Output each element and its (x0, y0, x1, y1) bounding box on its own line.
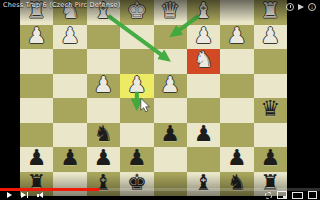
pillarbox-right (287, 0, 320, 200)
play-icon[interactable] (7, 192, 12, 198)
square-g6 (53, 123, 86, 148)
square-d6: ♟ (154, 123, 187, 148)
square-h6 (20, 123, 53, 148)
video-player[interactable]: ♜♞♝♚♛♝♜♟♟♟♟♟♞♟♟♟♛♞♟♟♟♟♟♟♟♟♜♝♚♝♞♜ Chess T… (0, 0, 320, 200)
square-b1 (220, 0, 253, 25)
right-controls (265, 191, 317, 199)
square-a6 (254, 123, 287, 148)
square-f7: ♟ (87, 147, 120, 172)
square-c6: ♟ (187, 123, 220, 148)
square-b8: ♞ (220, 172, 253, 197)
square-b6 (220, 123, 253, 148)
next-bar (27, 192, 29, 198)
square-e3 (120, 49, 153, 74)
black-pawn: ♟ (60, 147, 80, 169)
square-b7: ♟ (220, 147, 253, 172)
square-d4: ♟ (154, 74, 187, 99)
square-h5 (20, 98, 53, 123)
square-a2: ♟ (254, 25, 287, 50)
white-bishop: ♝ (194, 0, 214, 22)
square-g4 (53, 74, 86, 99)
square-h3 (20, 49, 53, 74)
black-pawn: ♟ (94, 147, 114, 169)
white-knight: ♞ (194, 49, 214, 71)
square-a1: ♜ (254, 0, 287, 25)
square-e1: ♚ (120, 0, 153, 25)
square-c3: ♞ (187, 49, 220, 74)
square-a7: ♟ (254, 147, 287, 172)
square-f3 (87, 49, 120, 74)
white-pawn: ♟ (127, 74, 147, 96)
white-pawn: ♟ (160, 74, 180, 96)
square-h7: ♟ (20, 147, 53, 172)
square-c4 (187, 74, 220, 99)
top-right-icons: i (286, 3, 316, 11)
square-b3 (220, 49, 253, 74)
next-icon[interactable] (21, 192, 28, 198)
square-g2: ♟ (53, 25, 86, 50)
square-f8: ♝ (87, 172, 120, 197)
white-pawn: ♟ (260, 25, 280, 47)
black-pawn: ♟ (27, 147, 47, 169)
square-e8: ♚ (120, 172, 153, 197)
black-pawn: ♟ (260, 147, 280, 169)
white-pawn: ♟ (27, 25, 47, 47)
square-d5 (154, 98, 187, 123)
black-queen: ♛ (260, 98, 280, 120)
white-rook: ♜ (260, 0, 280, 22)
settings-gear-icon[interactable] (265, 192, 272, 199)
square-e2 (120, 25, 153, 50)
black-pawn: ♟ (127, 147, 147, 169)
white-king: ♚ (127, 0, 147, 22)
square-e5 (120, 98, 153, 123)
square-d3 (154, 49, 187, 74)
pillarbox-left (0, 0, 20, 200)
square-d7 (154, 147, 187, 172)
square-e6 (120, 123, 153, 148)
square-e7: ♟ (120, 147, 153, 172)
square-d8 (154, 172, 187, 197)
black-pawn: ♟ (194, 123, 214, 145)
square-g8 (53, 172, 86, 197)
square-a4 (254, 74, 287, 99)
chess-board[interactable]: ♜♞♝♚♛♝♜♟♟♟♟♟♞♟♟♟♛♞♟♟♟♟♟♟♟♟♜♝♚♝♞♜ (20, 0, 287, 196)
watch-later-icon[interactable] (286, 3, 294, 11)
video-title[interactable]: Chess Trap 6 (Czech Pirc Defense) (3, 1, 121, 9)
square-b2: ♟ (220, 25, 253, 50)
share-icon[interactable] (298, 4, 304, 10)
black-pawn: ♟ (160, 123, 180, 145)
square-f4: ♟ (87, 74, 120, 99)
square-b4 (220, 74, 253, 99)
black-pawn: ♟ (227, 147, 247, 169)
square-g3 (53, 49, 86, 74)
miniplayer-icon[interactable] (277, 191, 287, 199)
white-pawn: ♟ (94, 74, 114, 96)
volume-cone (39, 192, 43, 198)
square-c1: ♝ (187, 0, 220, 25)
square-h2: ♟ (20, 25, 53, 50)
square-d1: ♛ (154, 0, 187, 25)
white-pawn: ♟ (227, 25, 247, 47)
square-c8: ♝ (187, 172, 220, 197)
square-e4: ♟ (120, 74, 153, 99)
square-f5 (87, 98, 120, 123)
square-c5 (187, 98, 220, 123)
info-icon[interactable]: i (308, 3, 316, 11)
square-f6: ♞ (87, 123, 120, 148)
black-knight: ♞ (94, 123, 114, 145)
volume-icon[interactable] (37, 192, 43, 198)
square-f2 (87, 25, 120, 50)
fullscreen-icon[interactable] (308, 191, 317, 199)
square-a3 (254, 49, 287, 74)
theater-mode-icon[interactable] (292, 192, 303, 199)
square-g7: ♟ (53, 147, 86, 172)
square-c2: ♟ (187, 25, 220, 50)
white-pawn: ♟ (60, 25, 80, 47)
white-queen: ♛ (160, 0, 180, 22)
square-c7 (187, 147, 220, 172)
square-d2 (154, 25, 187, 50)
square-h4 (20, 74, 53, 99)
square-b5 (220, 98, 253, 123)
white-pawn: ♟ (194, 25, 214, 47)
square-g5 (53, 98, 86, 123)
left-controls (7, 192, 43, 198)
square-a5: ♛ (254, 98, 287, 123)
next-triangle (21, 192, 26, 198)
progress-fill (0, 188, 99, 191)
